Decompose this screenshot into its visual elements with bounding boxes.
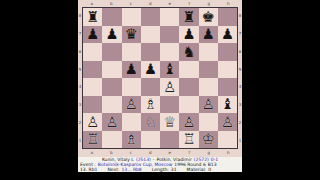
move-status-line: 13. Rb1 Next: 13... Rb8 Length: 31 Mater… bbox=[78, 167, 242, 172]
white-bishop[interactable]: ♗ bbox=[144, 97, 157, 112]
square-c6[interactable] bbox=[122, 43, 141, 61]
square-a4[interactable] bbox=[83, 78, 102, 96]
coord-label: 1 bbox=[238, 131, 242, 149]
black-pawn[interactable]: ♟ bbox=[105, 27, 118, 42]
white-pawn[interactable]: ♙ bbox=[182, 115, 195, 130]
video-frame: { "game": "chess", "position": { "fen": … bbox=[0, 0, 320, 180]
square-f6[interactable]: ♞ bbox=[179, 43, 198, 61]
material-value: 0 bbox=[208, 167, 211, 172]
square-a7[interactable]: ♟ bbox=[83, 26, 102, 44]
square-h6[interactable] bbox=[218, 43, 237, 61]
square-e8[interactable] bbox=[160, 8, 179, 26]
coord-label: a bbox=[82, 150, 102, 155]
coord-label: e bbox=[160, 1, 180, 6]
length-value: 31 bbox=[171, 167, 177, 172]
last-move: 13. Rb1 bbox=[80, 167, 97, 172]
coord-label: b bbox=[102, 150, 122, 155]
square-h5[interactable] bbox=[218, 61, 237, 79]
coord-label: g bbox=[199, 1, 219, 6]
coord-label: f bbox=[180, 150, 200, 155]
square-e1[interactable] bbox=[160, 131, 179, 149]
square-c1[interactable]: ♗ bbox=[122, 131, 141, 149]
square-g5[interactable] bbox=[199, 61, 218, 79]
rank-labels-right: 87654321 bbox=[238, 7, 242, 149]
coord-label: 6 bbox=[238, 43, 242, 61]
coord-label: d bbox=[141, 150, 161, 155]
square-a2[interactable]: ♙ bbox=[83, 113, 102, 131]
square-f8[interactable]: ♜ bbox=[179, 8, 198, 26]
black-pawn[interactable]: ♟ bbox=[202, 27, 215, 42]
square-a1[interactable]: ♖ bbox=[83, 131, 102, 149]
square-f2[interactable]: ♙ bbox=[179, 113, 198, 131]
square-g8[interactable]: ♚ bbox=[199, 8, 218, 26]
coord-label: c bbox=[121, 1, 141, 6]
square-e3[interactable] bbox=[160, 96, 179, 114]
square-a3[interactable] bbox=[83, 96, 102, 114]
coord-label: b bbox=[102, 1, 122, 6]
square-h1[interactable] bbox=[218, 131, 237, 149]
black-pawn[interactable]: ♟ bbox=[221, 27, 234, 42]
square-g1[interactable]: ♔ bbox=[199, 131, 218, 149]
square-d8[interactable] bbox=[141, 8, 160, 26]
white-knight[interactable]: ♘ bbox=[144, 115, 157, 130]
square-c5[interactable]: ♟ bbox=[122, 61, 141, 79]
square-d5[interactable]: ♟ bbox=[141, 61, 160, 79]
white-pawn[interactable]: ♙ bbox=[86, 115, 99, 130]
square-a5[interactable] bbox=[83, 61, 102, 79]
coord-label: 4 bbox=[238, 78, 242, 96]
square-d4[interactable] bbox=[141, 78, 160, 96]
white-rook[interactable]: ♖ bbox=[86, 132, 99, 147]
square-b8[interactable] bbox=[102, 8, 121, 26]
square-d1[interactable] bbox=[141, 131, 160, 149]
square-f5[interactable] bbox=[179, 61, 198, 79]
coord-label: d bbox=[141, 1, 161, 6]
chess-board-panel: abcdefgh 87654321 87654321 ♜♜♚♟♟♛♟♟♟♞♟♟♝… bbox=[78, 0, 242, 157]
white-pawn[interactable]: ♙ bbox=[125, 97, 138, 112]
black-bishop[interactable]: ♝ bbox=[221, 97, 234, 112]
square-a6[interactable] bbox=[83, 43, 102, 61]
black-king[interactable]: ♚ bbox=[202, 10, 215, 25]
black-pawn[interactable]: ♟ bbox=[182, 27, 195, 42]
black-pawn[interactable]: ♟ bbox=[86, 27, 99, 42]
coord-label: 8 bbox=[238, 7, 242, 25]
square-d6[interactable] bbox=[141, 43, 160, 61]
white-bishop[interactable]: ♗ bbox=[125, 132, 138, 147]
black-rook[interactable]: ♜ bbox=[86, 10, 99, 25]
file-labels-bottom: abcdefgh bbox=[82, 150, 238, 155]
square-g2[interactable] bbox=[199, 113, 218, 131]
game-caption: Kunin, Vitaly L (2513) - Potkin, Vladimi… bbox=[78, 157, 242, 172]
white-pawn[interactable]: ♙ bbox=[221, 115, 234, 130]
chess-board[interactable]: ♜♜♚♟♟♛♟♟♟♞♟♟♝♙♙♗♙♝♙♙♘♕♙♙♖♗♖♔ bbox=[82, 7, 238, 149]
black-pawn[interactable]: ♟ bbox=[144, 62, 157, 77]
square-c7[interactable]: ♛ bbox=[122, 26, 141, 44]
white-king[interactable]: ♔ bbox=[202, 132, 215, 147]
white-pawn[interactable]: ♙ bbox=[105, 115, 118, 130]
black-knight[interactable]: ♞ bbox=[182, 45, 195, 60]
white-pawn[interactable]: ♙ bbox=[163, 80, 176, 95]
square-b3[interactable] bbox=[102, 96, 121, 114]
square-b2[interactable]: ♙ bbox=[102, 113, 121, 131]
square-h4[interactable] bbox=[218, 78, 237, 96]
square-g3[interactable]: ♙ bbox=[199, 96, 218, 114]
square-f4[interactable] bbox=[179, 78, 198, 96]
square-d2[interactable]: ♘ bbox=[141, 113, 160, 131]
file-labels-top: abcdefgh bbox=[82, 1, 238, 6]
square-c3[interactable]: ♙ bbox=[122, 96, 141, 114]
coord-label: f bbox=[180, 1, 200, 6]
material-label: Material: bbox=[187, 167, 207, 172]
coord-label: 5 bbox=[238, 60, 242, 78]
coord-label: a bbox=[82, 1, 102, 6]
black-bishop[interactable]: ♝ bbox=[163, 62, 176, 77]
square-b5[interactable] bbox=[102, 61, 121, 79]
coord-label: e bbox=[160, 150, 180, 155]
square-d3[interactable]: ♗ bbox=[141, 96, 160, 114]
square-f3[interactable] bbox=[179, 96, 198, 114]
square-b7[interactable]: ♟ bbox=[102, 26, 121, 44]
square-e4[interactable]: ♙ bbox=[160, 78, 179, 96]
square-f1[interactable]: ♖ bbox=[179, 131, 198, 149]
square-a8[interactable]: ♜ bbox=[83, 8, 102, 26]
white-queen[interactable]: ♕ bbox=[163, 115, 176, 130]
coord-label: 2 bbox=[238, 114, 242, 132]
coord-label: g bbox=[199, 150, 219, 155]
square-c4[interactable] bbox=[122, 78, 141, 96]
length-label: Length: bbox=[152, 167, 169, 172]
next-move: 13... Rb8 bbox=[121, 167, 141, 172]
coord-label: h bbox=[219, 1, 239, 6]
black-rook[interactable]: ♜ bbox=[182, 10, 195, 25]
square-e7[interactable] bbox=[160, 26, 179, 44]
square-d7[interactable] bbox=[141, 26, 160, 44]
square-b6[interactable] bbox=[102, 43, 121, 61]
black-queen[interactable]: ♛ bbox=[125, 27, 138, 42]
content-strip: abcdefgh 87654321 87654321 ♜♜♚♟♟♛♟♟♟♞♟♟♝… bbox=[78, 0, 242, 180]
square-g4[interactable] bbox=[199, 78, 218, 96]
square-f7[interactable]: ♟ bbox=[179, 26, 198, 44]
square-g7[interactable]: ♟ bbox=[199, 26, 218, 44]
square-e6[interactable] bbox=[160, 43, 179, 61]
square-e2[interactable]: ♕ bbox=[160, 113, 179, 131]
square-h3[interactable]: ♝ bbox=[218, 96, 237, 114]
square-h8[interactable] bbox=[218, 8, 237, 26]
square-h2[interactable]: ♙ bbox=[218, 113, 237, 131]
coord-label: c bbox=[121, 150, 141, 155]
coord-label: h bbox=[219, 150, 239, 155]
square-c2[interactable] bbox=[122, 113, 141, 131]
square-h7[interactable]: ♟ bbox=[218, 26, 237, 44]
coord-label: 3 bbox=[238, 96, 242, 114]
white-pawn[interactable]: ♙ bbox=[202, 97, 215, 112]
next-move-label: Next: bbox=[107, 167, 119, 172]
black-pawn[interactable]: ♟ bbox=[125, 62, 138, 77]
square-e5[interactable]: ♝ bbox=[160, 61, 179, 79]
coord-label: 7 bbox=[238, 25, 242, 43]
white-rook[interactable]: ♖ bbox=[182, 132, 195, 147]
square-c8[interactable] bbox=[122, 8, 141, 26]
square-b4[interactable] bbox=[102, 78, 121, 96]
square-b1[interactable] bbox=[102, 131, 121, 149]
square-g6[interactable] bbox=[199, 43, 218, 61]
